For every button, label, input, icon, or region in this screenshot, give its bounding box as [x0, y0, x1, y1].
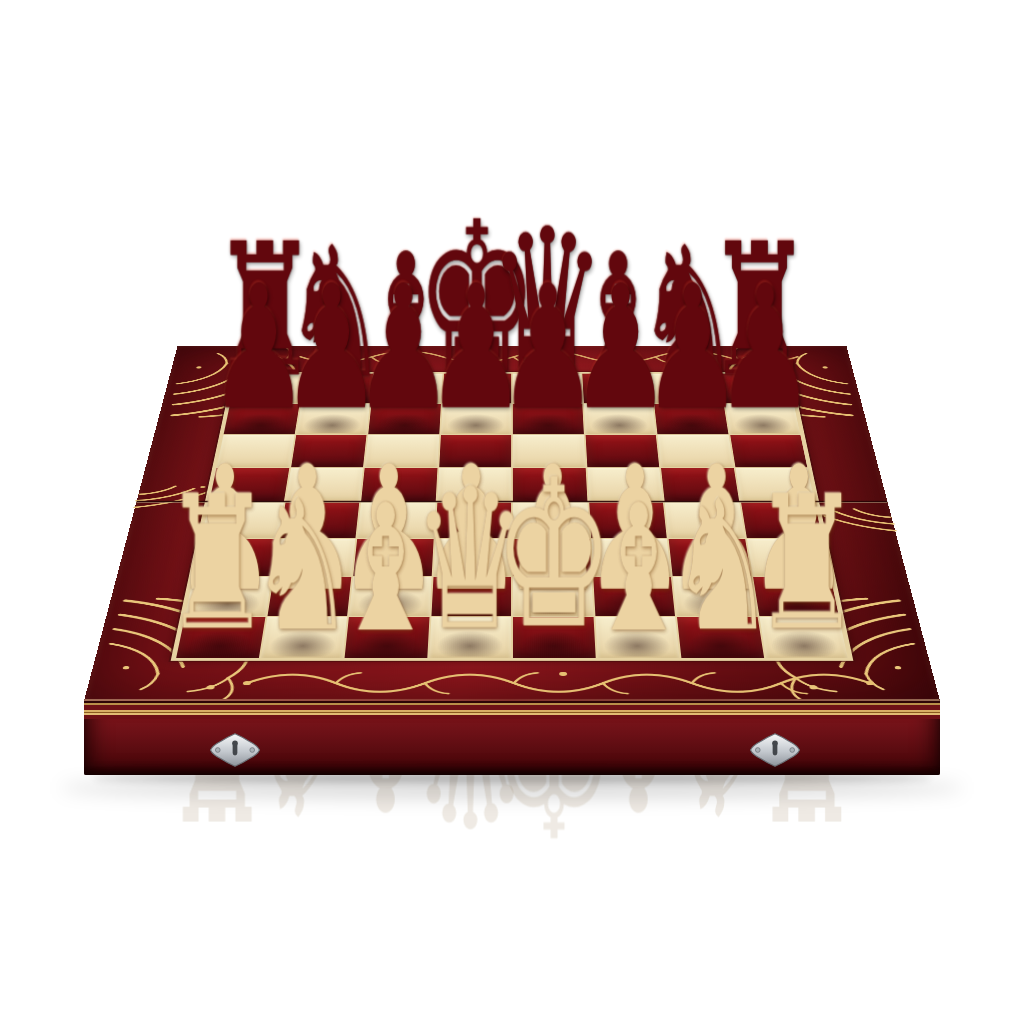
clasp-right-icon — [746, 731, 804, 769]
piece-white-rook-h1[interactable]: ♜ — [752, 472, 861, 657]
ground-shadow-soft — [60, 778, 964, 798]
playing-field: ♜♜♞♞♝♝♚♚♛♛♝♝♞♞♜♜♟♟♟♟♟♟♟♟♟♟♟♟♟♟♟♟♟♟♟♟♟♟♟♟… — [171, 372, 854, 661]
piece-cell-f1: ♝♝ — [595, 617, 679, 658]
board-frame: ♜♜♞♞♝♝♚♚♛♛♝♝♞♞♜♜♟♟♟♟♟♟♟♟♟♟♟♟♟♟♟♟♟♟♟♟♟♟♟♟… — [84, 346, 940, 701]
piece-cell-g1: ♞♞ — [677, 617, 764, 658]
piece-cell-e1: ♚♚ — [513, 617, 595, 658]
vine-ornament-icon — [235, 668, 893, 697]
lid-seam-stripes — [84, 701, 940, 719]
box-front-face — [84, 701, 940, 775]
pieces-layer: ♜♜♞♞♝♝♚♚♛♛♝♝♞♞♜♜♟♟♟♟♟♟♟♟♟♟♟♟♟♟♟♟♟♟♟♟♟♟♟♟… — [176, 374, 848, 658]
chess-box-scene: ♜♜♞♞♝♝♚♚♛♛♝♝♞♞♜♜♟♟♟♟♟♟♟♟♟♟♟♟♟♟♟♟♟♟♟♟♟♟♟♟… — [0, 0, 1024, 1024]
product-photo-stage: ♜♜♞♞♝♝♚♚♛♛♝♝♞♞♜♜♟♟♟♟♟♟♟♟♟♟♟♟♟♟♟♟♟♟♟♟♟♟♟♟… — [0, 0, 1024, 1024]
piece-black-pawn-h7[interactable]: ♟ — [714, 262, 815, 433]
board-top-face: ♜♜♞♞♝♝♚♚♛♛♝♝♞♞♜♜♟♟♟♟♟♟♟♟♟♟♟♟♟♟♟♟♟♟♟♟♟♟♟♟… — [84, 346, 940, 701]
piece-cell-h1: ♜♜ — [759, 617, 848, 658]
clasp-left-icon — [206, 731, 264, 769]
